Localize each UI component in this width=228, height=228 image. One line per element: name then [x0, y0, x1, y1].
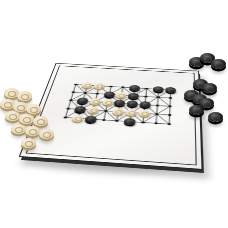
offboard-black-piece[interactable] — [208, 112, 223, 122]
offboard-black-piece[interactable] — [211, 59, 226, 69]
offboard-black-piece[interactable] — [202, 83, 217, 93]
offboard-black-piece[interactable] — [189, 105, 204, 115]
product-photo-scene — [0, 0, 228, 228]
offboard-black-pieces — [0, 0, 228, 228]
